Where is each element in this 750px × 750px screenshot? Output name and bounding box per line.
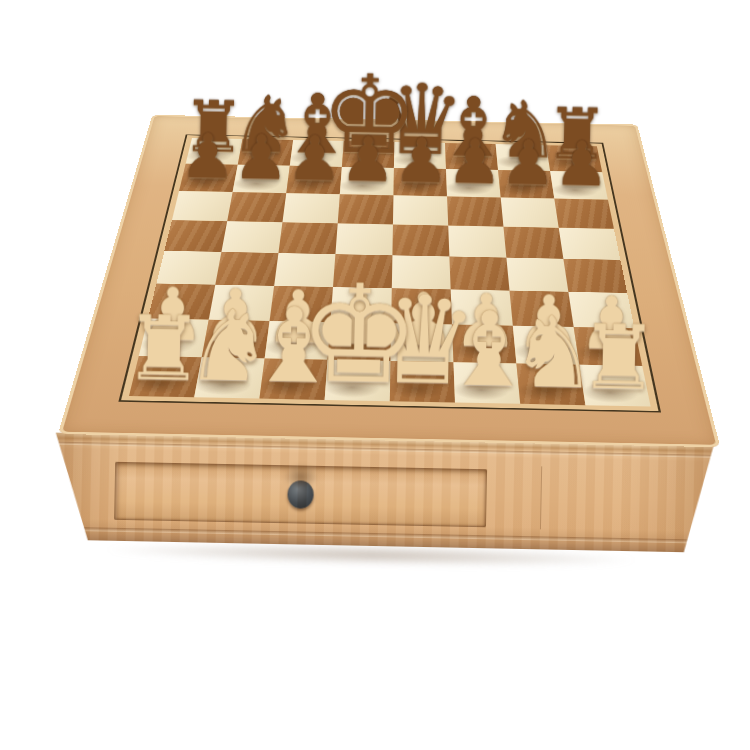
square-d1[interactable]: ♚ (325, 360, 391, 402)
square-h5[interactable] (559, 228, 621, 260)
square-e8[interactable]: ♛ (394, 142, 446, 169)
board-inlay-border: ♜♞♝♚♛♝♞♜♟♟♟♟♟♟♟♟♟♟♟♟♟♟♟♟♜♞♝♚♛♝♞♜ (118, 134, 661, 412)
piece-shadow (182, 148, 237, 164)
square-f7[interactable]: ♟ (446, 169, 501, 198)
square-d6[interactable] (338, 194, 394, 224)
piece-shadow (286, 150, 339, 166)
black-pawn[interactable]: ♟ (339, 129, 396, 192)
square-h7[interactable]: ♟ (550, 171, 608, 200)
square-d8[interactable]: ♚ (342, 141, 395, 168)
drawer-knob[interactable] (287, 480, 314, 509)
right-cove-molding (622, 444, 714, 553)
square-b7[interactable]: ♟ (233, 165, 290, 193)
square-a8[interactable]: ♜ (186, 138, 243, 165)
piece-shadow (229, 175, 285, 192)
square-d5[interactable] (335, 223, 393, 255)
white-king[interactable]: ♚ (297, 266, 421, 404)
piece-shadow (442, 180, 496, 197)
piece-shadow (544, 155, 598, 171)
black-pawn[interactable]: ♟ (393, 130, 450, 193)
square-c8[interactable]: ♝ (290, 140, 344, 167)
black-pawn[interactable]: ♟ (446, 131, 503, 194)
bottom-molding-line (54, 527, 712, 544)
black-bishop[interactable]: ♝ (279, 82, 354, 166)
square-e7[interactable]: ♟ (393, 168, 447, 196)
black-knight[interactable]: ♞ (489, 90, 561, 170)
square-b5[interactable] (221, 221, 282, 253)
square-b8[interactable]: ♞ (238, 139, 293, 166)
square-e5[interactable] (392, 224, 449, 256)
piece-shadow (389, 179, 443, 196)
square-c6[interactable] (282, 193, 339, 223)
square-c7[interactable]: ♟ (286, 166, 342, 194)
storage-drawer[interactable] (114, 462, 487, 527)
square-h8[interactable]: ♜ (546, 145, 602, 172)
square-a6[interactable] (172, 191, 233, 221)
black-pawn[interactable]: ♟ (553, 133, 610, 196)
piece-shadow (495, 181, 550, 198)
black-bishop[interactable]: ♝ (435, 85, 510, 169)
piece-shadow (441, 153, 494, 169)
piece-shadow (336, 178, 390, 195)
square-g6[interactable] (501, 198, 559, 228)
square-e6[interactable] (393, 195, 448, 225)
black-pawn[interactable]: ♟ (286, 128, 343, 191)
square-d7[interactable]: ♟ (340, 167, 394, 195)
chess-board: ♜♞♝♚♛♝♞♜♟♟♟♟♟♟♟♟♟♟♟♟♟♟♟♟♜♞♝♚♛♝♞♜ (58, 115, 720, 447)
panel-seam-line (540, 466, 542, 529)
black-pawn[interactable]: ♟ (232, 127, 289, 190)
black-rook[interactable]: ♜ (544, 98, 609, 170)
product-photo: ♜♞♝♚♛♝♞♜♟♟♟♟♟♟♟♟♟♟♟♟♟♟♟♟♜♞♝♚♛♝♞♜ (0, 0, 750, 750)
square-f6[interactable] (447, 196, 503, 226)
square-g8[interactable]: ♞ (496, 144, 551, 171)
scene-tilt: ♜♞♝♚♛♝♞♜♟♟♟♟♟♟♟♟♟♟♟♟♟♟♟♟♜♞♝♚♛♝♞♜ (0, 0, 750, 750)
piece-shadow (390, 152, 442, 168)
black-queen[interactable]: ♛ (377, 71, 466, 170)
piece-shadow (175, 174, 232, 191)
black-pawn[interactable]: ♟ (499, 132, 556, 195)
black-knight[interactable]: ♞ (229, 85, 301, 165)
box-front-face (54, 433, 714, 553)
piece-shadow (493, 154, 546, 170)
square-b6[interactable] (227, 192, 286, 222)
black-rook[interactable]: ♜ (180, 90, 245, 162)
piece-shadow (548, 182, 604, 199)
black-king[interactable]: ♚ (320, 59, 419, 169)
piece-shadow (282, 177, 337, 194)
square-f5[interactable] (448, 226, 506, 258)
square-g7[interactable]: ♟ (498, 170, 554, 199)
square-a7[interactable]: ♟ (179, 164, 238, 192)
board-grid: ♜♞♝♚♛♝♞♜♟♟♟♟♟♟♟♟♟♟♟♟♟♟♟♟♜♞♝♚♛♝♞♜ (129, 138, 651, 406)
square-c5[interactable] (278, 222, 337, 254)
square-h6[interactable] (554, 199, 614, 229)
piece-shadow (234, 149, 288, 165)
square-g5[interactable] (503, 227, 563, 259)
square-f8[interactable]: ♝ (445, 143, 498, 170)
square-a5[interactable] (164, 220, 227, 252)
piece-shadow (338, 151, 390, 167)
black-pawn[interactable]: ♟ (179, 126, 236, 189)
